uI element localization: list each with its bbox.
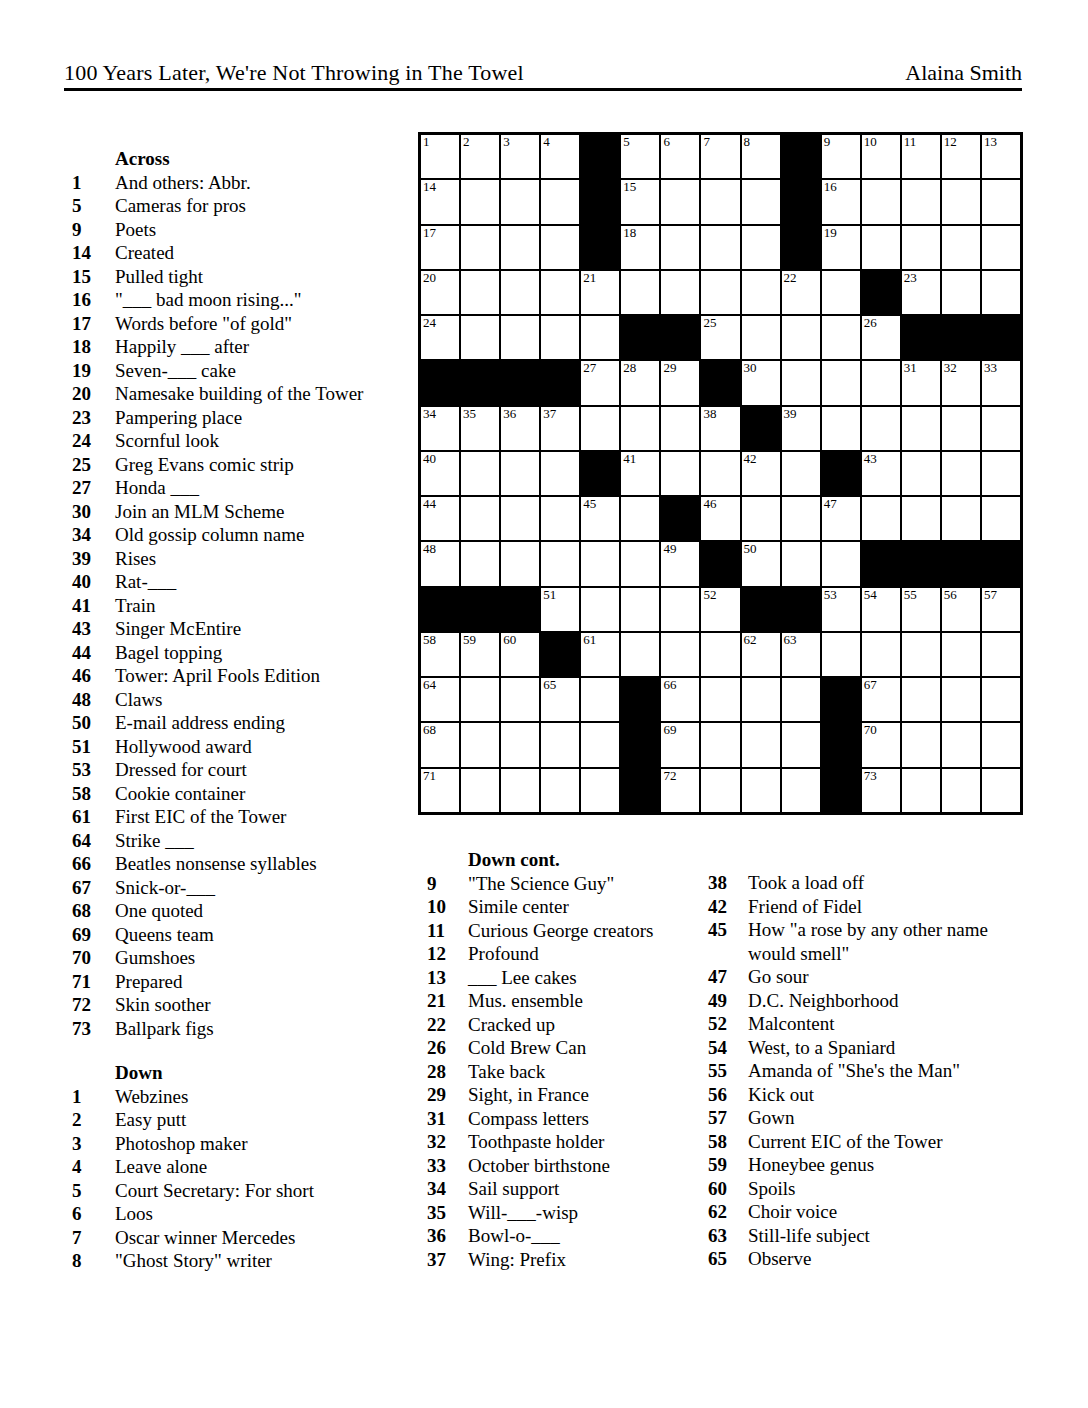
- clue-item: 57Gown: [708, 1106, 1010, 1130]
- grid-cell[interactable]: [941, 270, 981, 315]
- grid-cell[interactable]: 21: [580, 270, 620, 315]
- black-cell: [580, 225, 620, 270]
- grid-cell[interactable]: [781, 677, 821, 722]
- grid-cell[interactable]: 47: [821, 496, 861, 541]
- grid-cell[interactable]: 57: [981, 587, 1021, 632]
- grid-cell[interactable]: 30: [741, 360, 781, 405]
- grid-cell[interactable]: [660, 587, 700, 632]
- clue-text: Cold Brew Can: [468, 1036, 705, 1060]
- grid-cell[interactable]: [941, 406, 981, 451]
- cell-number: 64: [423, 678, 436, 692]
- clue-text: "The Science Guy": [468, 872, 705, 896]
- clue-number: 56: [708, 1083, 748, 1107]
- clue-number: 58: [708, 1130, 748, 1154]
- grid-cell[interactable]: [500, 315, 540, 360]
- cell-number: 9: [824, 135, 831, 149]
- clue-item: 14Created: [72, 241, 412, 265]
- clue-text: Namesake building of the Tower: [115, 382, 412, 406]
- grid-cell[interactable]: 66: [660, 677, 700, 722]
- clue-number: 13: [427, 966, 468, 990]
- clue-item: 2Easy putt: [72, 1108, 412, 1132]
- clue-text: Pulled tight: [115, 265, 412, 289]
- grid-cell[interactable]: 24: [420, 315, 460, 360]
- grid-cell[interactable]: [580, 587, 620, 632]
- cell-number: 62: [744, 633, 757, 647]
- grid-cell[interactable]: [580, 406, 620, 451]
- clue-number: 60: [708, 1177, 748, 1201]
- grid-cell[interactable]: 31: [901, 360, 941, 405]
- black-cell: [580, 134, 620, 179]
- grid-cell[interactable]: 72: [660, 768, 700, 813]
- clue-item: 26Cold Brew Can: [427, 1036, 705, 1060]
- grid-cell[interactable]: [460, 768, 500, 813]
- grid-cell[interactable]: 44: [420, 496, 460, 541]
- grid-cell[interactable]: [620, 496, 660, 541]
- clue-item: 6Loos: [72, 1202, 412, 1226]
- clue-text: Malcontent: [748, 1012, 1010, 1036]
- grid-cell[interactable]: [861, 360, 901, 405]
- clue-text: Rat-___: [115, 570, 412, 594]
- grid-cell[interactable]: [660, 406, 700, 451]
- grid-cell[interactable]: 8: [741, 134, 781, 179]
- grid-cell[interactable]: [941, 722, 981, 767]
- grid-cell[interactable]: [981, 496, 1021, 541]
- grid-cell[interactable]: 3: [500, 134, 540, 179]
- grid-cell[interactable]: [981, 677, 1021, 722]
- grid-cell[interactable]: [901, 677, 941, 722]
- grid-cell[interactable]: [941, 225, 981, 270]
- cell-number: 13: [984, 135, 997, 149]
- clue-text: Ballpark figs: [115, 1017, 412, 1041]
- grid-cell[interactable]: 27: [580, 360, 620, 405]
- grid-cell[interactable]: 13: [981, 134, 1021, 179]
- grid-cell[interactable]: 26: [861, 315, 901, 360]
- grid-cell[interactable]: 22: [781, 270, 821, 315]
- black-cell: [941, 315, 981, 360]
- grid-cell[interactable]: [861, 632, 901, 677]
- grid-cell[interactable]: [620, 632, 660, 677]
- grid-cell[interactable]: [821, 406, 861, 451]
- grid-cell[interactable]: 40: [420, 451, 460, 496]
- grid-cell[interactable]: 38: [700, 406, 740, 451]
- grid-cell[interactable]: [620, 541, 660, 586]
- grid-cell[interactable]: [901, 722, 941, 767]
- grid-cell[interactable]: 62: [741, 632, 781, 677]
- grid-cell[interactable]: [981, 406, 1021, 451]
- clue-text: Sail support: [468, 1177, 705, 1201]
- grid-cell[interactable]: 34: [420, 406, 460, 451]
- grid-cell[interactable]: [500, 677, 540, 722]
- clue-item: 51Hollywood award: [72, 735, 412, 759]
- grid-cell[interactable]: [460, 179, 500, 224]
- black-cell: [821, 722, 861, 767]
- grid-cell[interactable]: [500, 722, 540, 767]
- cell-number: 63: [784, 633, 797, 647]
- grid-cell[interactable]: 51: [540, 587, 580, 632]
- grid-cell[interactable]: [460, 270, 500, 315]
- grid-cell[interactable]: 50: [741, 541, 781, 586]
- grid-cell[interactable]: [500, 768, 540, 813]
- clue-text: Easy putt: [115, 1108, 412, 1132]
- grid-cell[interactable]: 7: [700, 134, 740, 179]
- grid-cell[interactable]: [941, 496, 981, 541]
- grid-cell[interactable]: [660, 451, 700, 496]
- clue-number: 35: [427, 1201, 468, 1225]
- grid-cell[interactable]: 12: [941, 134, 981, 179]
- grid-cell[interactable]: [580, 722, 620, 767]
- grid-cell[interactable]: 36: [500, 406, 540, 451]
- grid-cell[interactable]: 1: [420, 134, 460, 179]
- grid-cell[interactable]: [700, 768, 740, 813]
- grid-cell[interactable]: 69: [660, 722, 700, 767]
- grid-cell[interactable]: [741, 270, 781, 315]
- grid-cell[interactable]: [500, 541, 540, 586]
- grid-cell[interactable]: 28: [620, 360, 660, 405]
- clue-item: 73Ballpark figs: [72, 1017, 412, 1041]
- clue-text: Loos: [115, 1202, 412, 1226]
- grid-cell[interactable]: [861, 406, 901, 451]
- grid-cell[interactable]: [660, 270, 700, 315]
- grid-cell[interactable]: [781, 722, 821, 767]
- grid-cell[interactable]: 18: [620, 225, 660, 270]
- grid-cell[interactable]: [941, 768, 981, 813]
- clue-number: 49: [708, 989, 748, 1013]
- grid-cell[interactable]: 49: [660, 541, 700, 586]
- grid-cell[interactable]: 58: [420, 632, 460, 677]
- grid-cell[interactable]: 70: [861, 722, 901, 767]
- clue-column-right: 38Took a load off42Friend of Fidel45How …: [708, 871, 1010, 1271]
- grid-cell[interactable]: [781, 451, 821, 496]
- grid-cell[interactable]: [540, 270, 580, 315]
- clue-text: Court Secretary: For short: [115, 1179, 412, 1203]
- clue-item: 22Cracked up: [427, 1013, 705, 1037]
- cell-number: 66: [663, 678, 676, 692]
- grid-cell[interactable]: 23: [901, 270, 941, 315]
- grid-cell[interactable]: 41: [620, 451, 660, 496]
- clue-item: 42Friend of Fidel: [708, 895, 1010, 919]
- grid-cell[interactable]: [500, 496, 540, 541]
- grid-cell[interactable]: [460, 451, 500, 496]
- grid-cell[interactable]: [981, 451, 1021, 496]
- grid-cell[interactable]: [500, 270, 540, 315]
- clue-item: 32Toothpaste holder: [427, 1130, 705, 1154]
- grid-cell[interactable]: [460, 315, 500, 360]
- grid-cell[interactable]: 71: [420, 768, 460, 813]
- clue-item: 4Leave alone: [72, 1155, 412, 1179]
- grid-cell[interactable]: 29: [660, 360, 700, 405]
- black-cell: [460, 360, 500, 405]
- grid-cell[interactable]: [741, 179, 781, 224]
- clue-text: Sight, in France: [468, 1083, 705, 1107]
- clue-text: Friend of Fidel: [748, 895, 1010, 919]
- grid-cell[interactable]: [620, 270, 660, 315]
- grid-cell[interactable]: 33: [981, 360, 1021, 405]
- clue-text: Mus. ensemble: [468, 989, 705, 1013]
- grid-cell[interactable]: [861, 225, 901, 270]
- grid-cell[interactable]: 9: [821, 134, 861, 179]
- grid-cell[interactable]: [580, 768, 620, 813]
- grid-cell[interactable]: 39: [781, 406, 821, 451]
- clue-item: 45How "a rose by any other name would sm…: [708, 918, 1010, 965]
- clue-number: 37: [427, 1248, 468, 1272]
- grid-cell[interactable]: 32: [941, 360, 981, 405]
- grid-cell[interactable]: [580, 541, 620, 586]
- grid-cell[interactable]: 63: [781, 632, 821, 677]
- grid-cell[interactable]: 54: [861, 587, 901, 632]
- clue-text: How "a rose by any other name would smel…: [748, 918, 1010, 965]
- grid-cell[interactable]: 67: [861, 677, 901, 722]
- grid-cell[interactable]: [460, 722, 500, 767]
- grid-cell[interactable]: [981, 270, 1021, 315]
- grid-cell[interactable]: 59: [460, 632, 500, 677]
- grid-cell[interactable]: [660, 225, 700, 270]
- cell-number: 22: [784, 271, 797, 285]
- grid-cell[interactable]: 25: [700, 315, 740, 360]
- clue-item: 59Honeybee genus: [708, 1153, 1010, 1177]
- grid-cell[interactable]: 15: [620, 179, 660, 224]
- grid-cell[interactable]: 55: [901, 587, 941, 632]
- clue-text: Oscar winner Mercedes: [115, 1226, 412, 1250]
- grid-cell[interactable]: [700, 632, 740, 677]
- clue-number: 33: [427, 1154, 468, 1178]
- grid-cell[interactable]: [981, 768, 1021, 813]
- grid-cell[interactable]: 17: [420, 225, 460, 270]
- grid-cell[interactable]: [981, 632, 1021, 677]
- grid-cell[interactable]: [821, 541, 861, 586]
- grid-cell[interactable]: [741, 496, 781, 541]
- grid-cell[interactable]: [941, 632, 981, 677]
- clue-number: 22: [427, 1013, 468, 1037]
- grid-cell[interactable]: [540, 315, 580, 360]
- grid-cell[interactable]: [540, 722, 580, 767]
- grid-cell[interactable]: 5: [620, 134, 660, 179]
- grid-cell[interactable]: 2: [460, 134, 500, 179]
- grid-cell[interactable]: [460, 541, 500, 586]
- grid-cell[interactable]: 6: [660, 134, 700, 179]
- grid-cell[interactable]: [941, 677, 981, 722]
- grid-cell[interactable]: [460, 225, 500, 270]
- grid-cell[interactable]: [741, 225, 781, 270]
- clue-text: Honeybee genus: [748, 1153, 1010, 1177]
- grid-cell[interactable]: 56: [941, 587, 981, 632]
- grid-cell[interactable]: [781, 768, 821, 813]
- grid-cell[interactable]: [901, 768, 941, 813]
- grid-cell[interactable]: [700, 451, 740, 496]
- grid-cell[interactable]: 10: [861, 134, 901, 179]
- cell-number: 45: [583, 497, 596, 511]
- clue-item: 23Pampering place: [72, 406, 412, 430]
- grid-cell[interactable]: [741, 768, 781, 813]
- cell-number: 60: [503, 633, 516, 647]
- clue-number: 62: [708, 1200, 748, 1224]
- cell-number: 38: [703, 407, 716, 421]
- cell-number: 50: [744, 542, 757, 556]
- grid-cell[interactable]: [660, 632, 700, 677]
- cell-number: 73: [864, 769, 877, 783]
- cell-number: 21: [583, 271, 596, 285]
- clue-item: 27Honda ___: [72, 476, 412, 500]
- clue-column-left: Across1And others: Abbr.5Cameras for pro…: [72, 147, 412, 1273]
- clue-text: Queens team: [115, 923, 412, 947]
- black-cell: [941, 541, 981, 586]
- grid-cell[interactable]: [901, 406, 941, 451]
- black-cell: [741, 587, 781, 632]
- grid-cell[interactable]: [741, 677, 781, 722]
- grid-cell[interactable]: [660, 179, 700, 224]
- clue-item: 3Photoshop maker: [72, 1132, 412, 1156]
- cell-number: 31: [904, 361, 917, 375]
- grid-cell[interactable]: [941, 179, 981, 224]
- grid-cell[interactable]: [540, 541, 580, 586]
- grid-cell[interactable]: [580, 677, 620, 722]
- clue-text: Old gossip column name: [115, 523, 412, 547]
- clue-number: 73: [72, 1017, 115, 1041]
- grid-cell[interactable]: [620, 587, 660, 632]
- grid-cell[interactable]: [700, 270, 740, 315]
- clue-item: 33October birthstone: [427, 1154, 705, 1178]
- cell-number: 56: [944, 588, 957, 602]
- grid-cell[interactable]: [901, 451, 941, 496]
- grid-cell[interactable]: [901, 632, 941, 677]
- grid-cell[interactable]: 46: [700, 496, 740, 541]
- clue-item: 7Oscar winner Mercedes: [72, 1226, 412, 1250]
- clue-item: 30Join an MLM Scheme: [72, 500, 412, 524]
- grid-cell[interactable]: 65: [540, 677, 580, 722]
- grid-cell[interactable]: [700, 677, 740, 722]
- grid-cell[interactable]: [901, 179, 941, 224]
- grid-cell[interactable]: [741, 315, 781, 360]
- clue-text: Kick out: [748, 1083, 1010, 1107]
- cell-number: 71: [423, 769, 436, 783]
- clue-text: One quoted: [115, 899, 412, 923]
- cell-number: 18: [623, 226, 636, 240]
- grid-cell[interactable]: 20: [420, 270, 460, 315]
- grid-cell[interactable]: [580, 315, 620, 360]
- clue-text: Leave alone: [115, 1155, 412, 1179]
- grid-cell[interactable]: [500, 451, 540, 496]
- grid-cell[interactable]: 35: [460, 406, 500, 451]
- grid-cell[interactable]: [901, 225, 941, 270]
- grid-cell[interactable]: [700, 179, 740, 224]
- clue-number: 31: [427, 1107, 468, 1131]
- grid-cell[interactable]: 11: [901, 134, 941, 179]
- grid-cell[interactable]: [821, 360, 861, 405]
- grid-cell[interactable]: 61: [580, 632, 620, 677]
- grid-cell[interactable]: 4: [540, 134, 580, 179]
- grid-cell[interactable]: [781, 496, 821, 541]
- clue-number: 6: [72, 1202, 115, 1226]
- black-cell: [781, 225, 821, 270]
- grid-cell[interactable]: 42: [741, 451, 781, 496]
- clue-item: 28Take back: [427, 1060, 705, 1084]
- clue-item: 68One quoted: [72, 899, 412, 923]
- clue-item: 54West, to a Spaniard: [708, 1036, 1010, 1060]
- clue-number: 1: [72, 171, 115, 195]
- grid-cell[interactable]: 14: [420, 179, 460, 224]
- clue-item: 47Go sour: [708, 965, 1010, 989]
- clue-text: Gumshoes: [115, 946, 412, 970]
- grid-cell[interactable]: 68: [420, 722, 460, 767]
- grid-cell[interactable]: [821, 270, 861, 315]
- clue-number: 17: [72, 312, 115, 336]
- grid-cell[interactable]: [781, 315, 821, 360]
- grid-cell[interactable]: 37: [540, 406, 580, 451]
- grid-cell[interactable]: 19: [821, 225, 861, 270]
- grid-cell[interactable]: 48: [420, 541, 460, 586]
- grid-cell[interactable]: [700, 225, 740, 270]
- grid-cell[interactable]: [981, 225, 1021, 270]
- grid-cell[interactable]: 45: [580, 496, 620, 541]
- grid-cell[interactable]: [540, 768, 580, 813]
- cell-number: 6: [663, 135, 670, 149]
- clue-column-middle: Down cont.9"The Science Guy"10Simile cen…: [427, 848, 705, 1271]
- grid-cell[interactable]: [500, 225, 540, 270]
- clue-item: 24Scornful look: [72, 429, 412, 453]
- clue-item: 12Profound: [427, 942, 705, 966]
- grid-cell[interactable]: 64: [420, 677, 460, 722]
- grid-cell[interactable]: [540, 496, 580, 541]
- clue-number: 27: [72, 476, 115, 500]
- grid-cell[interactable]: [540, 225, 580, 270]
- clue-item: 29Sight, in France: [427, 1083, 705, 1107]
- clue-item: 20Namesake building of the Tower: [72, 382, 412, 406]
- grid-cell[interactable]: [781, 360, 821, 405]
- black-cell: [660, 315, 700, 360]
- cell-number: 69: [663, 723, 676, 737]
- grid-cell[interactable]: [500, 179, 540, 224]
- black-cell: [861, 270, 901, 315]
- clue-text: Simile center: [468, 895, 705, 919]
- crossword-grid[interactable]: 1234567891011121314151617181920212223242…: [418, 132, 1023, 815]
- grid-cell[interactable]: [861, 496, 901, 541]
- grid-cell[interactable]: [460, 496, 500, 541]
- grid-cell[interactable]: [981, 179, 1021, 224]
- grid-cell[interactable]: [620, 406, 660, 451]
- grid-cell[interactable]: [901, 496, 941, 541]
- grid-cell[interactable]: [821, 632, 861, 677]
- grid-cell[interactable]: [540, 451, 580, 496]
- grid-cell[interactable]: 43: [861, 451, 901, 496]
- grid-cell[interactable]: [941, 451, 981, 496]
- grid-cell[interactable]: [981, 722, 1021, 767]
- grid-cell[interactable]: [700, 722, 740, 767]
- clue-item: 19Seven-___ cake: [72, 359, 412, 383]
- grid-cell[interactable]: [741, 722, 781, 767]
- grid-cell[interactable]: [821, 315, 861, 360]
- clue-item: 34Old gossip column name: [72, 523, 412, 547]
- grid-cell[interactable]: [540, 179, 580, 224]
- clue-number: 68: [72, 899, 115, 923]
- grid-cell[interactable]: 53: [821, 587, 861, 632]
- clue-item: 31Compass letters: [427, 1107, 705, 1131]
- clue-text: ___ Lee cakes: [468, 966, 705, 990]
- clue-item: 69Queens team: [72, 923, 412, 947]
- clue-item: 67Snick-or-___: [72, 876, 412, 900]
- clue-text: Poets: [115, 218, 412, 242]
- grid-cell[interactable]: 60: [500, 632, 540, 677]
- grid-cell[interactable]: [781, 541, 821, 586]
- grid-cell[interactable]: [861, 179, 901, 224]
- grid-cell[interactable]: [460, 677, 500, 722]
- cell-number: 26: [864, 316, 877, 330]
- clue-item: 62Choir voice: [708, 1200, 1010, 1224]
- cell-number: 46: [703, 497, 716, 511]
- grid-cell[interactable]: 52: [700, 587, 740, 632]
- grid-cell[interactable]: 16: [821, 179, 861, 224]
- clue-number: 2: [72, 1108, 115, 1132]
- clue-number: 19: [72, 359, 115, 383]
- grid-cell[interactable]: 73: [861, 768, 901, 813]
